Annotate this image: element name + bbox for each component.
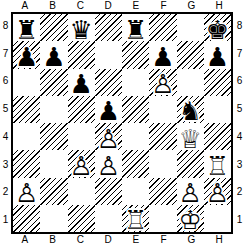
piece-white-rook: ♜♖ bbox=[124, 207, 147, 232]
piece-black-king: ♚♚ bbox=[206, 16, 229, 41]
square-h3[interactable]: ♜♖ bbox=[204, 150, 231, 177]
rank-label: 2 bbox=[3, 187, 9, 197]
square-c2[interactable] bbox=[68, 178, 95, 205]
piece-white-pawn: ♟♙ bbox=[178, 180, 201, 205]
square-e8[interactable]: ♜♜ bbox=[122, 14, 149, 41]
square-b5[interactable] bbox=[40, 96, 67, 123]
square-f2[interactable] bbox=[149, 178, 176, 205]
piece-glyph: ♜ bbox=[15, 16, 38, 41]
rank-label: 7 bbox=[3, 49, 9, 59]
square-c1[interactable] bbox=[68, 205, 95, 232]
piece-black-pawn: ♟♟ bbox=[15, 43, 38, 68]
piece-white-pawn: ♟♙ bbox=[206, 180, 229, 205]
rank-labels-left: 87654321 bbox=[0, 12, 11, 234]
square-d3[interactable]: ♟♙ bbox=[95, 150, 122, 177]
rank-label: 7 bbox=[237, 49, 243, 59]
file-labels-bottom: ABCDEFGH bbox=[11, 234, 233, 246]
piece-glyph: ♙ bbox=[97, 152, 120, 177]
piece-white-rook: ♜♖ bbox=[206, 152, 229, 177]
square-a2[interactable]: ♟♙ bbox=[13, 178, 40, 205]
piece-glyph: ♜ bbox=[124, 16, 147, 41]
square-c3[interactable]: ♟♙ bbox=[68, 150, 95, 177]
rank-label: 1 bbox=[237, 215, 243, 225]
square-e4[interactable] bbox=[122, 123, 149, 150]
file-label: C bbox=[77, 235, 84, 245]
square-e2[interactable] bbox=[122, 178, 149, 205]
square-f6[interactable]: ♟♙ bbox=[149, 69, 176, 96]
square-g8[interactable] bbox=[177, 14, 204, 41]
chess-diagram: ABCDEFGH 87654321 ♜♜♛♛♜♜♚♚♟♟♟♟♟♟♟♟♟♟♟♙♟♟… bbox=[0, 0, 246, 246]
piece-glyph: ♟ bbox=[69, 71, 92, 96]
square-c6[interactable]: ♟♟ bbox=[68, 69, 95, 96]
file-label: D bbox=[105, 235, 112, 245]
file-label: D bbox=[105, 1, 112, 11]
piece-glyph: ♟ bbox=[97, 98, 120, 123]
piece-glyph: ♕ bbox=[178, 125, 201, 150]
file-label: F bbox=[161, 1, 167, 11]
square-c5[interactable] bbox=[68, 96, 95, 123]
square-g1[interactable]: ♚♔ bbox=[177, 205, 204, 232]
rank-label: 4 bbox=[237, 132, 243, 142]
square-f3[interactable] bbox=[149, 150, 176, 177]
file-label: H bbox=[216, 1, 223, 11]
square-g3[interactable] bbox=[177, 150, 204, 177]
file-label: C bbox=[77, 1, 84, 11]
square-b4[interactable] bbox=[40, 123, 67, 150]
file-label: G bbox=[187, 235, 195, 245]
piece-glyph: ♛ bbox=[69, 16, 92, 41]
piece-white-pawn: ♟♙ bbox=[15, 180, 38, 205]
piece-black-pawn: ♟♟ bbox=[97, 98, 120, 123]
square-f1[interactable] bbox=[149, 205, 176, 232]
square-c4[interactable] bbox=[68, 123, 95, 150]
piece-glyph: ♙ bbox=[206, 180, 229, 205]
piece-glyph: ♖ bbox=[124, 207, 147, 232]
square-b6[interactable] bbox=[40, 69, 67, 96]
square-d5[interactable]: ♟♟ bbox=[95, 96, 122, 123]
rank-label: 5 bbox=[237, 104, 243, 114]
piece-white-pawn: ♟♙ bbox=[151, 71, 174, 96]
square-e1[interactable]: ♜♖ bbox=[122, 205, 149, 232]
square-b3[interactable] bbox=[40, 150, 67, 177]
rank-label: 4 bbox=[3, 132, 9, 142]
square-e5[interactable] bbox=[122, 96, 149, 123]
file-label: A bbox=[22, 1, 29, 11]
square-c8[interactable]: ♛♛ bbox=[68, 14, 95, 41]
file-label: B bbox=[49, 235, 56, 245]
piece-glyph: ♙ bbox=[15, 180, 38, 205]
file-label: G bbox=[187, 1, 195, 11]
square-b8[interactable] bbox=[40, 14, 67, 41]
file-label: H bbox=[216, 235, 223, 245]
square-h8[interactable]: ♚♚ bbox=[204, 14, 231, 41]
square-a5[interactable] bbox=[13, 96, 40, 123]
square-d7[interactable] bbox=[95, 41, 122, 68]
piece-black-pawn: ♟♟ bbox=[69, 71, 92, 96]
chess-board: ♜♜♛♛♜♜♚♚♟♟♟♟♟♟♟♟♟♟♟♙♟♟♞♞♟♙♛♕♟♙♟♙♜♖♟♙♟♙♟♙… bbox=[11, 12, 233, 234]
rank-label: 6 bbox=[237, 76, 243, 86]
piece-black-pawn: ♟♟ bbox=[42, 43, 65, 68]
square-d2[interactable] bbox=[95, 178, 122, 205]
piece-glyph: ♙ bbox=[151, 71, 174, 96]
square-f5[interactable] bbox=[149, 96, 176, 123]
rank-label: 8 bbox=[237, 21, 243, 31]
square-d8[interactable] bbox=[95, 14, 122, 41]
square-d1[interactable] bbox=[95, 205, 122, 232]
piece-white-pawn: ♟♙ bbox=[69, 152, 92, 177]
square-h6[interactable] bbox=[204, 69, 231, 96]
file-label: E bbox=[133, 1, 140, 11]
square-b1[interactable] bbox=[40, 205, 67, 232]
piece-glyph: ♟ bbox=[15, 43, 38, 68]
piece-black-rook: ♜♜ bbox=[124, 16, 147, 41]
piece-glyph: ♞ bbox=[178, 98, 201, 123]
square-a7[interactable]: ♟♟ bbox=[13, 41, 40, 68]
piece-white-king: ♚♔ bbox=[178, 207, 201, 232]
square-g7[interactable] bbox=[177, 41, 204, 68]
square-a8[interactable]: ♜♜ bbox=[13, 14, 40, 41]
piece-white-queen: ♛♕ bbox=[178, 125, 201, 150]
square-a3[interactable] bbox=[13, 150, 40, 177]
square-d4[interactable]: ♟♙ bbox=[95, 123, 122, 150]
piece-glyph: ♙ bbox=[97, 125, 120, 150]
square-c7[interactable] bbox=[68, 41, 95, 68]
rank-label: 3 bbox=[237, 160, 243, 170]
file-label: F bbox=[161, 235, 167, 245]
square-a1[interactable] bbox=[13, 205, 40, 232]
piece-white-pawn: ♟♙ bbox=[97, 152, 120, 177]
piece-glyph: ♟ bbox=[151, 43, 174, 68]
piece-black-pawn: ♟♟ bbox=[151, 43, 174, 68]
piece-black-pawn: ♟♟ bbox=[206, 43, 229, 68]
file-labels-top: ABCDEFGH bbox=[11, 0, 233, 12]
rank-labels-right: 87654321 bbox=[233, 12, 246, 234]
square-b7[interactable]: ♟♟ bbox=[40, 41, 67, 68]
rank-label: 3 bbox=[3, 160, 9, 170]
square-b2[interactable] bbox=[40, 178, 67, 205]
piece-black-queen: ♛♛ bbox=[69, 16, 92, 41]
rank-label: 6 bbox=[3, 76, 9, 86]
square-h1[interactable] bbox=[204, 205, 231, 232]
square-a4[interactable] bbox=[13, 123, 40, 150]
file-label: A bbox=[22, 235, 29, 245]
piece-black-knight: ♞♞ bbox=[178, 98, 201, 123]
rank-label: 1 bbox=[3, 215, 9, 225]
square-f8[interactable] bbox=[149, 14, 176, 41]
square-g4[interactable]: ♛♕ bbox=[177, 123, 204, 150]
rank-label: 5 bbox=[3, 104, 9, 114]
square-g5[interactable]: ♞♞ bbox=[177, 96, 204, 123]
square-e6[interactable] bbox=[122, 69, 149, 96]
square-h4[interactable] bbox=[204, 123, 231, 150]
square-e7[interactable] bbox=[122, 41, 149, 68]
piece-black-rook: ♜♜ bbox=[15, 16, 38, 41]
piece-glyph: ♟ bbox=[206, 43, 229, 68]
square-e3[interactable] bbox=[122, 150, 149, 177]
square-a6[interactable] bbox=[13, 69, 40, 96]
square-h2[interactable]: ♟♙ bbox=[204, 178, 231, 205]
square-h7[interactable]: ♟♟ bbox=[204, 41, 231, 68]
square-d6[interactable] bbox=[95, 69, 122, 96]
square-h5[interactable] bbox=[204, 96, 231, 123]
file-label: B bbox=[49, 1, 56, 11]
rank-label: 2 bbox=[237, 187, 243, 197]
square-g2[interactable]: ♟♙ bbox=[177, 178, 204, 205]
piece-white-pawn: ♟♙ bbox=[97, 125, 120, 150]
piece-glyph: ♟ bbox=[42, 43, 65, 68]
square-f4[interactable] bbox=[149, 123, 176, 150]
piece-glyph: ♖ bbox=[206, 152, 229, 177]
piece-glyph: ♙ bbox=[178, 180, 201, 205]
piece-glyph: ♔ bbox=[178, 207, 201, 232]
board-layout: ABCDEFGH 87654321 ♜♜♛♛♜♜♚♚♟♟♟♟♟♟♟♟♟♟♟♙♟♟… bbox=[0, 0, 246, 246]
square-g6[interactable] bbox=[177, 69, 204, 96]
piece-glyph: ♙ bbox=[69, 152, 92, 177]
rank-label: 8 bbox=[3, 21, 9, 31]
file-label: E bbox=[133, 235, 140, 245]
piece-glyph: ♚ bbox=[206, 16, 229, 41]
square-f7[interactable]: ♟♟ bbox=[149, 41, 176, 68]
